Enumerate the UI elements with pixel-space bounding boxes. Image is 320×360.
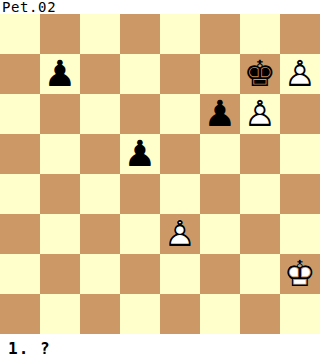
square-b5 (40, 134, 80, 174)
square-g7: ♚ (240, 54, 280, 94)
square-f6: ♟ (200, 94, 240, 134)
square-h7: ♟♙ (280, 54, 320, 94)
square-a4 (0, 174, 40, 214)
square-b1 (40, 294, 80, 334)
square-f3 (200, 214, 240, 254)
square-a3 (0, 214, 40, 254)
black-king-icon: ♚ (240, 54, 280, 94)
square-d6 (120, 94, 160, 134)
square-c7 (80, 54, 120, 94)
square-b6 (40, 94, 80, 134)
square-f4 (200, 174, 240, 214)
square-d2 (120, 254, 160, 294)
square-g5 (240, 134, 280, 174)
square-c5 (80, 134, 120, 174)
square-e2 (160, 254, 200, 294)
square-g4 (240, 174, 280, 214)
black-pawn-icon: ♟ (200, 94, 240, 134)
square-c1 (80, 294, 120, 334)
square-h6 (280, 94, 320, 134)
white-pawn-icon: ♟♙ (160, 214, 200, 254)
square-g3 (240, 214, 280, 254)
square-f8 (200, 14, 240, 54)
diagram-title: Pet.02 (0, 0, 320, 14)
square-h3 (280, 214, 320, 254)
black-pawn-icon: ♟ (40, 54, 80, 94)
chess-diagram: Pet.02 ♟♚♟♙♟♟♙♟♟♙♚♔ 1. ? (0, 0, 320, 360)
square-e7 (160, 54, 200, 94)
square-c4 (80, 174, 120, 214)
square-c8 (80, 14, 120, 54)
square-f2 (200, 254, 240, 294)
square-e6 (160, 94, 200, 134)
square-c6 (80, 94, 120, 134)
square-a1 (0, 294, 40, 334)
square-h8 (280, 14, 320, 54)
white-pawn-icon: ♟♙ (280, 54, 320, 94)
chess-board: ♟♚♟♙♟♟♙♟♟♙♚♔ (0, 14, 320, 334)
square-d1 (120, 294, 160, 334)
square-a8 (0, 14, 40, 54)
square-b3 (40, 214, 80, 254)
square-b4 (40, 174, 80, 214)
move-prompt: 1. ? (0, 334, 320, 360)
square-h2: ♚♔ (280, 254, 320, 294)
square-e1 (160, 294, 200, 334)
square-c3 (80, 214, 120, 254)
square-e5 (160, 134, 200, 174)
square-e3: ♟♙ (160, 214, 200, 254)
square-a7 (0, 54, 40, 94)
square-d7 (120, 54, 160, 94)
square-b2 (40, 254, 80, 294)
square-a6 (0, 94, 40, 134)
square-a2 (0, 254, 40, 294)
square-f7 (200, 54, 240, 94)
square-g2 (240, 254, 280, 294)
square-d8 (120, 14, 160, 54)
black-pawn-icon: ♟ (120, 134, 160, 174)
square-d5: ♟ (120, 134, 160, 174)
square-b7: ♟ (40, 54, 80, 94)
square-b8 (40, 14, 80, 54)
white-king-icon: ♚♔ (280, 254, 320, 294)
square-e4 (160, 174, 200, 214)
square-h1 (280, 294, 320, 334)
square-f5 (200, 134, 240, 174)
square-h4 (280, 174, 320, 214)
square-e8 (160, 14, 200, 54)
square-d4 (120, 174, 160, 214)
square-g1 (240, 294, 280, 334)
square-c2 (80, 254, 120, 294)
square-g8 (240, 14, 280, 54)
square-g6: ♟♙ (240, 94, 280, 134)
square-h5 (280, 134, 320, 174)
square-d3 (120, 214, 160, 254)
square-a5 (0, 134, 40, 174)
white-pawn-icon: ♟♙ (240, 94, 280, 134)
square-f1 (200, 294, 240, 334)
